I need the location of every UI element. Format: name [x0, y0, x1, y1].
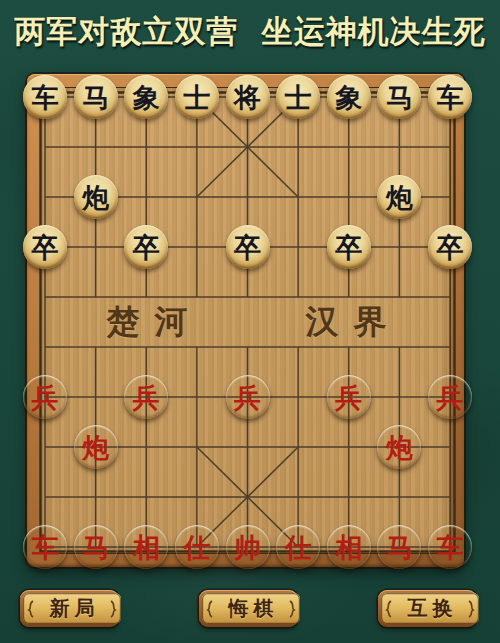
piece-black-soldier[interactable]: 卒: [226, 225, 270, 269]
ornament-icon: [384, 599, 393, 619]
piece-black-soldier[interactable]: 卒: [327, 225, 371, 269]
piece-black-soldier[interactable]: 卒: [23, 225, 67, 269]
ornament-icon: [205, 599, 214, 619]
piece-black-horse[interactable]: 马: [377, 75, 421, 119]
piece-red-chariot[interactable]: 车: [428, 525, 472, 569]
piece-red-horse[interactable]: 马: [74, 525, 118, 569]
piece-black-cannon[interactable]: 炮: [377, 175, 421, 219]
piece-red-advisor[interactable]: 仕: [276, 525, 320, 569]
piece-red-general[interactable]: 帅: [226, 525, 270, 569]
piece-black-soldier[interactable]: 卒: [428, 225, 472, 269]
piece-red-horse[interactable]: 马: [377, 525, 421, 569]
piece-red-soldier[interactable]: 兵: [428, 375, 472, 419]
xiangqi-board: 楚河 汉界 车马象士将士象马车炮炮卒卒卒卒卒兵兵兵兵兵炮炮车马相仕帅仕相马车: [27, 74, 464, 567]
piece-red-soldier[interactable]: 兵: [327, 375, 371, 419]
piece-red-elephant[interactable]: 相: [124, 525, 168, 569]
river-label-right: 汉界: [291, 300, 402, 345]
piece-black-elephant[interactable]: 象: [124, 75, 168, 119]
piece-red-cannon[interactable]: 炮: [377, 425, 421, 469]
piece-black-advisor[interactable]: 士: [276, 75, 320, 119]
ornament-icon: [26, 599, 35, 619]
piece-red-elephant[interactable]: 相: [327, 525, 371, 569]
new-game-button[interactable]: 新局: [20, 590, 119, 627]
piece-red-soldier[interactable]: 兵: [226, 375, 270, 419]
piece-black-elephant[interactable]: 象: [327, 75, 371, 119]
piece-black-soldier[interactable]: 卒: [124, 225, 168, 269]
piece-red-cannon[interactable]: 炮: [74, 425, 118, 469]
new-game-button-label: 新局: [50, 595, 100, 622]
piece-black-chariot[interactable]: 车: [23, 75, 67, 119]
piece-black-advisor[interactable]: 士: [175, 75, 219, 119]
swap-button[interactable]: 互换: [378, 590, 477, 627]
ornament-icon: [109, 599, 118, 619]
piece-black-general[interactable]: 将: [226, 75, 270, 119]
ornament-icon: [288, 599, 297, 619]
river-label-left: 楚河: [92, 300, 203, 345]
swap-button-label: 互换: [408, 595, 458, 622]
piece-red-soldier[interactable]: 兵: [124, 375, 168, 419]
piece-black-cannon[interactable]: 炮: [74, 175, 118, 219]
undo-button-label: 悔棋: [229, 595, 279, 622]
page-title: 两军对敌立双营 坐运神机决生死: [0, 11, 500, 53]
piece-black-chariot[interactable]: 车: [428, 75, 472, 119]
piece-red-soldier[interactable]: 兵: [23, 375, 67, 419]
undo-button[interactable]: 悔棋: [199, 590, 298, 627]
piece-red-advisor[interactable]: 仕: [175, 525, 219, 569]
piece-black-horse[interactable]: 马: [74, 75, 118, 119]
ornament-icon: [467, 599, 476, 619]
piece-red-chariot[interactable]: 车: [23, 525, 67, 569]
